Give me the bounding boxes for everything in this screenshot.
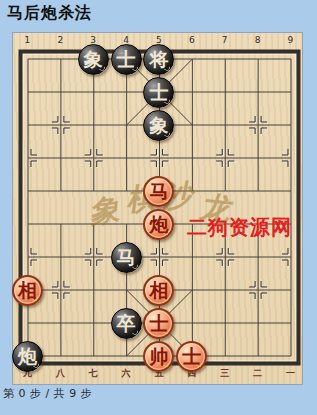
piece-red-士[interactable]: 士 xyxy=(176,341,207,372)
piece-black-象[interactable]: 象 xyxy=(143,110,174,141)
piece-stamp-mark xyxy=(131,64,139,72)
piece-stamp-mark xyxy=(98,64,106,72)
piece-black-卒[interactable]: 卒 xyxy=(111,308,142,339)
piece-red-帅[interactable]: 帅 xyxy=(143,341,174,372)
piece-black-士[interactable]: 士 xyxy=(143,77,174,108)
piece-stamp-mark xyxy=(163,294,171,302)
piece-stamp-mark xyxy=(195,360,203,368)
piece-stamp-mark xyxy=(164,64,172,72)
piece-black-炮[interactable]: 炮 xyxy=(12,341,43,372)
piece-stamp-mark xyxy=(163,228,171,236)
piece-black-象[interactable]: 象 xyxy=(78,44,109,75)
piece-stamp-mark xyxy=(32,361,40,369)
piece-stamp-mark xyxy=(131,262,139,270)
piece-red-炮[interactable]: 炮 xyxy=(143,209,174,240)
piece-black-将[interactable]: 将 xyxy=(143,44,174,75)
xiangqi-board[interactable]: 象棋沙龙 123456789 九八七六五四三二一 象士将士象马炮马相相卒士炮帅士… xyxy=(12,32,303,385)
page-title: 马后炮杀法 xyxy=(7,3,92,24)
piece-red-马[interactable]: 马 xyxy=(143,176,174,207)
piece-stamp-mark xyxy=(164,97,172,105)
site-watermark: 二狗资源网 xyxy=(187,214,292,241)
piece-stamp-mark xyxy=(31,294,39,302)
piece-stamp-mark xyxy=(131,328,139,336)
piece-grid: 象士将士象马炮马相相卒士炮帅士 xyxy=(11,43,307,373)
piece-black-士[interactable]: 士 xyxy=(111,44,142,75)
piece-black-马[interactable]: 马 xyxy=(111,242,142,273)
piece-red-士[interactable]: 士 xyxy=(143,308,174,339)
piece-stamp-mark xyxy=(163,195,171,203)
piece-stamp-mark xyxy=(163,360,171,368)
piece-stamp-mark xyxy=(163,327,171,335)
piece-red-相[interactable]: 相 xyxy=(12,275,43,306)
move-counter: 第 0 步 / 共 9 步 xyxy=(3,386,92,401)
piece-red-相[interactable]: 相 xyxy=(143,275,174,306)
piece-stamp-mark xyxy=(164,130,172,138)
